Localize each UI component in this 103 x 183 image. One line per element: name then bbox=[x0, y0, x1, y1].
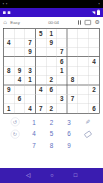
cell-r5c9[interactable] bbox=[89, 66, 100, 75]
cell-r9c7[interactable] bbox=[67, 104, 78, 113]
cell-r7c5[interactable]: 6 bbox=[46, 85, 57, 94]
top-band-right-marks: ▪ bbox=[98, 2, 100, 6]
cell-r7c4[interactable]: 4 bbox=[36, 85, 47, 94]
cell-r5c3[interactable]: 3 bbox=[25, 66, 36, 75]
cell-r6c1[interactable] bbox=[4, 76, 15, 85]
signal-icon: ◥ bbox=[92, 10, 95, 14]
cell-r5c8[interactable] bbox=[78, 66, 89, 75]
app-toolbar: ⌂ Easy 00:04 ⚙ bbox=[0, 17, 103, 28]
cell-r1c8[interactable] bbox=[78, 29, 89, 38]
redo-button[interactable]: ↻ bbox=[10, 130, 19, 139]
cell-r3c6[interactable]: 7 bbox=[57, 48, 68, 57]
top-band-left-marks: ▪ ▪ bbox=[3, 2, 8, 6]
cell-r3c5[interactable] bbox=[46, 48, 57, 57]
settings-icon[interactable]: ⚙ bbox=[95, 19, 100, 25]
cell-r7c8[interactable] bbox=[78, 85, 89, 94]
cell-r2c9[interactable] bbox=[89, 38, 100, 47]
cell-r6c9[interactable] bbox=[89, 76, 100, 85]
status-bar-notifications bbox=[3, 11, 10, 14]
cell-r9c5[interactable]: 2 bbox=[46, 104, 57, 113]
sudoku-app-screen: ▪ ▪ ▪ ◥ ⌂ Easy 00:04 ⚙ 51479976489314128… bbox=[0, 0, 103, 183]
undo-button[interactable]: ↺ bbox=[10, 117, 19, 126]
cell-r8c5[interactable] bbox=[46, 95, 57, 104]
cell-r8c9[interactable] bbox=[89, 95, 100, 104]
recents-icon[interactable]: □ bbox=[74, 173, 77, 179]
cell-r6c8[interactable] bbox=[78, 76, 89, 85]
cell-r7c2[interactable] bbox=[14, 85, 25, 94]
cell-r5c2[interactable]: 9 bbox=[14, 66, 25, 75]
cell-r9c4[interactable]: 7 bbox=[36, 104, 47, 113]
cell-r6c6[interactable] bbox=[57, 76, 68, 85]
numpad-6[interactable]: 6 bbox=[65, 130, 74, 137]
cell-r9c9[interactable]: 6 bbox=[89, 104, 100, 113]
undo-icon: ↺ bbox=[13, 119, 17, 124]
cell-r8c8[interactable] bbox=[78, 95, 89, 104]
cell-r2c2[interactable] bbox=[14, 38, 25, 47]
numpad-1[interactable]: 1 bbox=[30, 119, 39, 126]
cell-r9c3[interactable]: 4 bbox=[25, 104, 36, 113]
numpad-3[interactable]: 3 bbox=[65, 119, 74, 126]
cell-r3c9[interactable] bbox=[89, 48, 100, 57]
notification-icon bbox=[3, 11, 6, 14]
battery-icon bbox=[97, 10, 100, 15]
cell-r3c2[interactable] bbox=[14, 48, 25, 57]
cell-r1c5[interactable]: 1 bbox=[46, 29, 57, 38]
cell-r1c1[interactable] bbox=[4, 29, 15, 38]
cell-r4c6[interactable]: 6 bbox=[57, 57, 68, 66]
numpad-5[interactable]: 5 bbox=[47, 130, 56, 137]
cell-r8c7[interactable]: 7 bbox=[67, 95, 78, 104]
cell-r1c3[interactable] bbox=[25, 29, 36, 38]
cell-r8c4[interactable] bbox=[36, 95, 47, 104]
cell-r9c2[interactable] bbox=[14, 104, 25, 113]
redo-icon: ↻ bbox=[13, 131, 17, 136]
numpad-2[interactable]: 2 bbox=[47, 119, 56, 126]
cell-r1c9[interactable] bbox=[89, 29, 100, 38]
cell-r1c6[interactable] bbox=[57, 29, 68, 38]
android-status-bar: ◥ bbox=[0, 8, 103, 17]
home-nav-icon[interactable]: ○ bbox=[50, 173, 53, 179]
numpad-7[interactable]: 7 bbox=[30, 142, 39, 149]
numpad-9[interactable]: 9 bbox=[65, 142, 74, 149]
cell-r7c9[interactable]: 2 bbox=[89, 85, 100, 94]
cell-r4c9[interactable]: 4 bbox=[89, 57, 100, 66]
back-icon[interactable]: ◁ bbox=[26, 173, 30, 179]
cell-r8c3[interactable] bbox=[25, 95, 36, 104]
edit-controls: ✎ bbox=[78, 117, 99, 139]
rectangle-icon[interactable] bbox=[85, 20, 91, 25]
home-icon[interactable]: ⌂ bbox=[3, 19, 7, 25]
numpad-4[interactable]: 4 bbox=[30, 130, 39, 137]
pencil-icon: ✎ bbox=[85, 119, 90, 125]
cell-r3c3[interactable]: 9 bbox=[25, 48, 36, 57]
cell-r9c1[interactable]: 1 bbox=[4, 104, 15, 113]
notification-icon bbox=[8, 11, 11, 14]
history-controls: ↺ ↻ bbox=[5, 117, 26, 139]
cell-r4c3[interactable] bbox=[25, 57, 36, 66]
cell-r4c4[interactable] bbox=[36, 57, 47, 66]
numpad-8[interactable]: 8 bbox=[47, 142, 56, 149]
cell-r6c5[interactable]: 2 bbox=[46, 76, 57, 85]
cell-r7c6[interactable] bbox=[57, 85, 68, 94]
cell-r2c1[interactable]: 4 bbox=[4, 38, 15, 47]
cell-r7c3[interactable] bbox=[25, 85, 36, 94]
cell-r4c2[interactable] bbox=[14, 57, 25, 66]
cell-r5c5[interactable] bbox=[46, 66, 57, 75]
cell-r9c8[interactable] bbox=[78, 104, 89, 113]
toolbar-actions: ⚙ bbox=[78, 19, 100, 25]
cell-r6c4[interactable] bbox=[36, 76, 47, 85]
cell-r3c7[interactable] bbox=[67, 48, 78, 57]
controls-area: ↺ ↻ 123456789 ✎ bbox=[0, 114, 103, 152]
cell-r5c6[interactable]: 1 bbox=[57, 66, 68, 75]
sudoku-board[interactable]: 51479976489314128946263714726 bbox=[3, 28, 100, 114]
cell-r7c7[interactable] bbox=[67, 85, 78, 94]
cell-r8c2[interactable]: 6 bbox=[14, 95, 25, 104]
android-nav-bar: ◁ ○ □ bbox=[0, 168, 103, 183]
cell-r6c7[interactable]: 8 bbox=[67, 76, 78, 85]
cell-r3c4[interactable] bbox=[36, 48, 47, 57]
cell-r4c8[interactable] bbox=[78, 57, 89, 66]
status-bar-system-icons: ◥ bbox=[92, 10, 100, 15]
pause-button[interactable] bbox=[78, 20, 81, 25]
cell-r5c1[interactable]: 8 bbox=[4, 66, 15, 75]
number-pad: 123456789 bbox=[25, 117, 77, 152]
cell-r2c6[interactable] bbox=[57, 38, 68, 47]
cell-r8c1[interactable] bbox=[4, 95, 15, 104]
cell-r2c7[interactable] bbox=[67, 38, 78, 47]
cell-r8c6[interactable]: 3 bbox=[57, 95, 68, 104]
cell-r1c4[interactable]: 5 bbox=[36, 29, 47, 38]
cell-r5c4[interactable] bbox=[36, 66, 47, 75]
cell-r9c6[interactable] bbox=[57, 104, 68, 113]
cell-r3c1[interactable] bbox=[4, 48, 15, 57]
cell-r2c5[interactable]: 9 bbox=[46, 38, 57, 47]
cell-r4c7[interactable] bbox=[67, 57, 78, 66]
notes-button[interactable]: ✎ bbox=[83, 117, 92, 126]
cell-r7c1[interactable]: 9 bbox=[4, 85, 15, 94]
erase-button[interactable] bbox=[83, 130, 92, 139]
cell-r3c8[interactable] bbox=[78, 48, 89, 57]
cell-r4c5[interactable] bbox=[46, 57, 57, 66]
timer-label: 00:04 bbox=[48, 20, 59, 25]
cell-r2c8[interactable] bbox=[78, 38, 89, 47]
eraser-icon bbox=[84, 130, 92, 138]
cell-r4c1[interactable] bbox=[4, 57, 15, 66]
cell-r2c4[interactable] bbox=[36, 38, 47, 47]
difficulty-label: Easy bbox=[10, 20, 20, 25]
cell-r1c7[interactable] bbox=[67, 29, 78, 38]
cell-r1c2[interactable] bbox=[14, 29, 25, 38]
cell-r2c3[interactable]: 7 bbox=[25, 38, 36, 47]
cell-r6c2[interactable]: 4 bbox=[14, 76, 25, 85]
cell-r6c3[interactable]: 1 bbox=[25, 76, 36, 85]
screen-top-band: ▪ ▪ ▪ bbox=[0, 0, 103, 8]
cell-r5c7[interactable] bbox=[67, 66, 78, 75]
